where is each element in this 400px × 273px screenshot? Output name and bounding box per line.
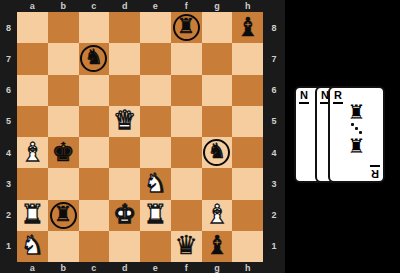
piece-black-bishop[interactable]: ♝	[205, 232, 228, 258]
square-b4[interactable]: ♚	[48, 137, 79, 168]
card-pip-rook-icon: ♜	[348, 102, 366, 122]
rank-label-6: 6	[263, 75, 285, 106]
file-labels-bottom: abcdefgh	[17, 262, 263, 273]
file-label-h: h	[232, 0, 263, 12]
square-d1[interactable]	[109, 231, 140, 262]
rank-labels-left: 87654321	[0, 12, 17, 262]
file-label-g: g	[202, 262, 233, 273]
square-c6[interactable]	[79, 75, 110, 106]
square-g2[interactable]: ♝	[202, 200, 233, 231]
square-c4[interactable]	[79, 137, 110, 168]
rank-label-5: 5	[263, 106, 285, 137]
piece-black-knight[interactable]: ♞	[207, 141, 226, 162]
square-h1[interactable]	[232, 231, 263, 262]
square-b2[interactable]: ♜	[48, 200, 79, 231]
square-f2[interactable]	[171, 200, 202, 231]
file-label-c: c	[79, 0, 110, 12]
square-d6[interactable]	[109, 75, 140, 106]
square-d7[interactable]	[109, 43, 140, 74]
rank-label-6: 6	[0, 75, 17, 106]
square-c8[interactable]	[79, 12, 110, 43]
square-a7[interactable]	[17, 43, 48, 74]
square-c1[interactable]	[79, 231, 110, 262]
square-a5[interactable]	[17, 106, 48, 137]
square-f1[interactable]: ♛	[171, 231, 202, 262]
square-h4[interactable]	[232, 137, 263, 168]
square-c3[interactable]	[79, 168, 110, 199]
square-d3[interactable]	[109, 168, 140, 199]
square-h2[interactable]	[232, 200, 263, 231]
square-g6[interactable]	[202, 75, 233, 106]
file-label-b: b	[48, 0, 79, 12]
square-h7[interactable]	[232, 43, 263, 74]
chess-board: ♜♝♞♛♝♚♞♞♜♜♚♜♝♞♛♝	[17, 12, 263, 262]
chess-board-frame: abcdefgh 87654321 ♜♝♞♛♝♚♞♞♜♜♚♜♝♞♛♝ 87654…	[0, 0, 285, 273]
piece-white-bishop[interactable]: ♝	[205, 201, 228, 227]
card-pips: ♜♜	[330, 102, 383, 156]
square-b5[interactable]	[48, 106, 79, 137]
rank-label-1: 1	[0, 231, 17, 262]
card-pip-rook-icon: ♜	[348, 136, 366, 156]
card-stack: NNR♜♜R	[294, 86, 385, 183]
piece-white-king[interactable]: ♚	[113, 201, 136, 227]
file-label-f: f	[171, 0, 202, 12]
rank-label-3: 3	[0, 168, 17, 199]
piece-white-knight[interactable]: ♞	[144, 170, 167, 196]
square-c5[interactable]	[79, 106, 110, 137]
circle-marker: ♞	[80, 45, 107, 72]
square-a1[interactable]: ♞	[17, 231, 48, 262]
rank-label-4: 4	[0, 137, 17, 168]
rank-label-1: 1	[263, 231, 285, 262]
square-f4[interactable]	[171, 137, 202, 168]
square-a3[interactable]	[17, 168, 48, 199]
piece-white-rook[interactable]: ♜	[144, 201, 167, 227]
square-g4[interactable]: ♞	[202, 137, 233, 168]
card-label: N	[299, 90, 309, 104]
card-panel: NNR♜♜R	[285, 0, 400, 273]
file-labels-top: abcdefgh	[17, 0, 263, 12]
rank-label-7: 7	[263, 43, 285, 74]
rank-label-5: 5	[0, 106, 17, 137]
square-a8[interactable]	[17, 12, 48, 43]
square-h8[interactable]: ♝	[232, 12, 263, 43]
circle-marker: ♜	[173, 14, 200, 41]
rank-label-4: 4	[263, 137, 285, 168]
square-f5[interactable]	[171, 106, 202, 137]
square-f8[interactable]: ♜	[171, 12, 202, 43]
file-label-d: d	[109, 0, 140, 12]
square-e4[interactable]	[140, 137, 171, 168]
square-d4[interactable]	[109, 137, 140, 168]
file-label-h: h	[232, 262, 263, 273]
square-b6[interactable]	[48, 75, 79, 106]
square-g8[interactable]	[202, 12, 233, 43]
circle-marker: ♜	[50, 202, 77, 229]
square-a6[interactable]	[17, 75, 48, 106]
square-e1[interactable]	[140, 231, 171, 262]
square-d2[interactable]: ♚	[109, 200, 140, 231]
rank-label-7: 7	[0, 43, 17, 74]
square-b1[interactable]	[48, 231, 79, 262]
piece-black-rook[interactable]: ♜	[177, 16, 196, 37]
square-b8[interactable]	[48, 12, 79, 43]
rank-label-2: 2	[0, 200, 17, 231]
file-label-f: f	[171, 262, 202, 273]
file-label-a: a	[17, 262, 48, 273]
piece-white-rook[interactable]: ♜	[21, 201, 44, 227]
piece-black-king[interactable]: ♚	[51, 139, 74, 165]
square-e2[interactable]: ♜	[140, 200, 171, 231]
piece-black-knight[interactable]: ♞	[84, 47, 103, 68]
file-label-a: a	[17, 0, 48, 12]
card-label-inverted: R	[370, 165, 380, 179]
square-a4[interactable]: ♝	[17, 137, 48, 168]
square-e5[interactable]	[140, 106, 171, 137]
rank-label-8: 8	[263, 12, 285, 43]
piece-white-knight[interactable]: ♞	[21, 232, 44, 258]
square-g1[interactable]: ♝	[202, 231, 233, 262]
rank-label-2: 2	[263, 200, 285, 231]
square-d8[interactable]	[109, 12, 140, 43]
app-screen: abcdefgh 87654321 ♜♝♞♛♝♚♞♞♜♜♚♜♝♞♛♝ 87654…	[0, 0, 400, 273]
square-g7[interactable]	[202, 43, 233, 74]
file-label-e: e	[140, 0, 171, 12]
square-g3[interactable]	[202, 168, 233, 199]
file-label-e: e	[140, 262, 171, 273]
square-e8[interactable]	[140, 12, 171, 43]
square-b3[interactable]	[48, 168, 79, 199]
piece-black-rook[interactable]: ♜	[54, 204, 73, 225]
square-d5[interactable]: ♛	[109, 106, 140, 137]
square-c2[interactable]	[79, 200, 110, 231]
square-e3[interactable]: ♞	[140, 168, 171, 199]
square-c7[interactable]: ♞	[79, 43, 110, 74]
file-label-d: d	[109, 262, 140, 273]
rank-label-8: 8	[0, 12, 17, 43]
square-f6[interactable]	[171, 75, 202, 106]
file-label-c: c	[79, 262, 110, 273]
square-f3[interactable]	[171, 168, 202, 199]
square-h6[interactable]	[232, 75, 263, 106]
square-g5[interactable]	[202, 106, 233, 137]
circle-marker: ♞	[203, 139, 230, 166]
file-label-g: g	[202, 0, 233, 12]
piece-black-queen[interactable]: ♛	[174, 232, 197, 258]
square-e7[interactable]	[140, 43, 171, 74]
piece-white-bishop[interactable]: ♝	[21, 139, 44, 165]
piece-black-bishop[interactable]: ♝	[236, 14, 259, 40]
square-b7[interactable]	[48, 43, 79, 74]
square-e6[interactable]	[140, 75, 171, 106]
square-f7[interactable]	[171, 43, 202, 74]
file-label-b: b	[48, 262, 79, 273]
piece-white-queen[interactable]: ♛	[113, 107, 136, 133]
rank-label-3: 3	[263, 168, 285, 199]
square-h5[interactable]	[232, 106, 263, 137]
piece-card-r-3[interactable]: R♜♜R	[328, 86, 385, 183]
square-h3[interactable]	[232, 168, 263, 199]
pip-separator-dots	[349, 123, 365, 135]
square-a2[interactable]: ♜	[17, 200, 48, 231]
rank-labels-right: 87654321	[263, 12, 285, 262]
